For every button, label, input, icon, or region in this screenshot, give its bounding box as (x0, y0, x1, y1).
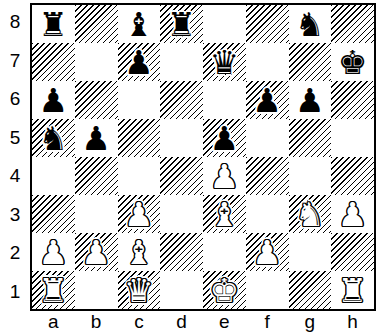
square-d7[interactable] (160, 43, 203, 81)
square-g3[interactable]: ♞ (289, 195, 332, 233)
square-c3[interactable]: ♟ (118, 195, 161, 233)
rank-label-2: 2 (0, 234, 30, 273)
square-b1[interactable] (75, 271, 118, 309)
square-f2[interactable]: ♟ (246, 233, 289, 271)
square-f8[interactable] (246, 5, 289, 43)
square-a2[interactable]: ♟ (32, 233, 75, 271)
square-d8[interactable]: ♜ (160, 5, 203, 43)
file-label-e: e (203, 309, 246, 334)
square-h2[interactable] (331, 233, 374, 271)
square-h1[interactable]: ♜ (331, 271, 374, 309)
piece-black-pawn: ♟ (295, 84, 325, 117)
square-f7[interactable] (246, 43, 289, 81)
file-label-g: g (289, 309, 332, 334)
piece-black-knight: ♞ (295, 8, 325, 41)
square-g4[interactable] (289, 157, 332, 195)
square-f4[interactable] (246, 157, 289, 195)
piece-black-pawn: ♟ (81, 122, 111, 155)
square-h6[interactable] (331, 81, 374, 119)
piece-white-bishop: ♝ (124, 236, 154, 269)
file-labels: abcdefgh (32, 309, 374, 334)
piece-black-pawn: ♟ (124, 46, 154, 79)
square-e1[interactable]: ♚ (203, 271, 246, 309)
piece-white-rook: ♜ (338, 274, 368, 307)
file-label-b: b (75, 309, 118, 334)
piece-black-pawn: ♟ (252, 84, 282, 117)
piece-black-bishop: ♝ (124, 8, 154, 41)
piece-white-pawn: ♟ (252, 236, 282, 269)
square-g5[interactable] (289, 119, 332, 157)
square-f5[interactable] (246, 119, 289, 157)
piece-white-pawn: ♟ (338, 198, 368, 231)
rank-label-7: 7 (0, 42, 30, 81)
square-b5[interactable]: ♟ (75, 119, 118, 157)
rank-label-5: 5 (0, 119, 30, 158)
square-f3[interactable] (246, 195, 289, 233)
piece-white-knight: ♞ (295, 198, 325, 231)
square-b4[interactable] (75, 157, 118, 195)
piece-white-rook: ♜ (39, 274, 69, 307)
square-b6[interactable] (75, 81, 118, 119)
square-f1[interactable] (246, 271, 289, 309)
chess-diagram: 87654321 ♜♝♜♞♟♛♚♟♟♟♞♟♟♟♟♝♞♟♟♟♝♟♜♛♚♜ abcd… (0, 0, 376, 335)
piece-black-king: ♚ (338, 46, 368, 79)
square-c5[interactable] (118, 119, 161, 157)
square-a1[interactable]: ♜ (32, 271, 75, 309)
piece-black-queen: ♛ (210, 46, 240, 79)
square-d6[interactable] (160, 81, 203, 119)
square-b8[interactable] (75, 5, 118, 43)
square-c4[interactable] (118, 157, 161, 195)
square-g2[interactable] (289, 233, 332, 271)
square-g7[interactable] (289, 43, 332, 81)
square-g1[interactable] (289, 271, 332, 309)
square-d3[interactable] (160, 195, 203, 233)
square-e8[interactable] (203, 5, 246, 43)
square-a4[interactable] (32, 157, 75, 195)
square-e7[interactable]: ♛ (203, 43, 246, 81)
piece-white-pawn: ♟ (81, 236, 111, 269)
piece-white-pawn: ♟ (124, 198, 154, 231)
square-d2[interactable] (160, 233, 203, 271)
square-e2[interactable] (203, 233, 246, 271)
piece-white-pawn: ♟ (210, 160, 240, 193)
square-e4[interactable]: ♟ (203, 157, 246, 195)
piece-white-king: ♚ (210, 274, 240, 307)
piece-black-rook: ♜ (39, 8, 69, 41)
file-label-h: h (331, 309, 374, 334)
square-a7[interactable] (32, 43, 75, 81)
file-label-c: c (118, 309, 161, 334)
square-h3[interactable]: ♟ (331, 195, 374, 233)
square-b2[interactable]: ♟ (75, 233, 118, 271)
rank-label-8: 8 (0, 3, 30, 42)
piece-black-rook: ♜ (167, 8, 197, 41)
square-c7[interactable]: ♟ (118, 43, 161, 81)
square-g8[interactable]: ♞ (289, 5, 332, 43)
square-b7[interactable] (75, 43, 118, 81)
rank-label-3: 3 (0, 196, 30, 235)
file-label-a: a (32, 309, 75, 334)
square-e5[interactable]: ♟ (203, 119, 246, 157)
square-d5[interactable] (160, 119, 203, 157)
square-b3[interactable] (75, 195, 118, 233)
square-h5[interactable] (331, 119, 374, 157)
square-a3[interactable] (32, 195, 75, 233)
square-h4[interactable] (331, 157, 374, 195)
file-label-d: d (160, 309, 203, 334)
square-a8[interactable]: ♜ (32, 5, 75, 43)
piece-white-bishop: ♝ (210, 198, 240, 231)
rank-label-1: 1 (0, 273, 30, 312)
piece-black-pawn: ♟ (210, 122, 240, 155)
piece-black-pawn: ♟ (39, 84, 69, 117)
piece-white-pawn: ♟ (39, 236, 69, 269)
square-c8[interactable]: ♝ (118, 5, 161, 43)
square-h7[interactable]: ♚ (331, 43, 374, 81)
square-c1[interactable]: ♛ (118, 271, 161, 309)
square-h8[interactable] (331, 5, 374, 43)
square-c2[interactable]: ♝ (118, 233, 161, 271)
file-label-f: f (246, 309, 289, 334)
square-c6[interactable] (118, 81, 161, 119)
piece-white-queen: ♛ (124, 274, 154, 307)
piece-black-knight: ♞ (39, 122, 69, 155)
square-e3[interactable]: ♝ (203, 195, 246, 233)
square-a6[interactable]: ♟ (32, 81, 75, 119)
chess-board: ♜♝♜♞♟♛♚♟♟♟♞♟♟♟♟♝♞♟♟♟♝♟♜♛♚♜ (30, 3, 376, 311)
square-g6[interactable]: ♟ (289, 81, 332, 119)
square-d4[interactable] (160, 157, 203, 195)
rank-label-4: 4 (0, 157, 30, 196)
square-e6[interactable] (203, 81, 246, 119)
square-d1[interactable] (160, 271, 203, 309)
rank-labels: 87654321 (0, 3, 30, 311)
square-a5[interactable]: ♞ (32, 119, 75, 157)
square-f6[interactable]: ♟ (246, 81, 289, 119)
rank-label-6: 6 (0, 80, 30, 119)
